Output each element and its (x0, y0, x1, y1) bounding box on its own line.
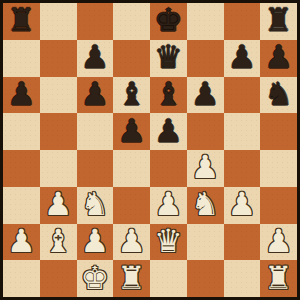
white-king-piece[interactable]: ♚ (81, 262, 110, 294)
white-pawn-piece[interactable]: ♟ (44, 188, 73, 220)
white-pawn-piece[interactable]: ♟ (191, 151, 220, 183)
square-b3[interactable]: ♟ (40, 187, 77, 224)
square-b8[interactable] (40, 3, 77, 40)
square-d8[interactable] (113, 3, 150, 40)
square-g5[interactable] (224, 113, 261, 150)
square-h4[interactable] (260, 150, 297, 187)
square-a1[interactable] (3, 260, 40, 297)
black-pawn-piece[interactable]: ♟ (154, 115, 183, 147)
square-g8[interactable] (224, 3, 261, 40)
square-c7[interactable]: ♟ (77, 40, 114, 77)
black-pawn-piece[interactable]: ♟ (81, 41, 110, 73)
square-g3[interactable]: ♟ (224, 187, 261, 224)
square-e2[interactable]: ♛ (150, 224, 187, 261)
chess-board-frame: ♜♚♜♟♛♟♟♟♟♝♝♟♞♟♟♟♟♞♟♞♟♟♝♟♟♛♟♚♜♜ (0, 0, 300, 300)
black-king-piece[interactable]: ♚ (154, 4, 183, 36)
white-pawn-piece[interactable]: ♟ (228, 188, 257, 220)
square-f2[interactable] (187, 224, 224, 261)
square-h1[interactable]: ♜ (260, 260, 297, 297)
square-b7[interactable] (40, 40, 77, 77)
square-f6[interactable]: ♟ (187, 77, 224, 114)
square-e1[interactable] (150, 260, 187, 297)
black-pawn-piece[interactable]: ♟ (7, 78, 36, 110)
square-f5[interactable] (187, 113, 224, 150)
black-rook-piece[interactable]: ♜ (7, 4, 36, 36)
square-a7[interactable] (3, 40, 40, 77)
white-bishop-piece[interactable]: ♝ (44, 225, 73, 257)
square-h6[interactable]: ♞ (260, 77, 297, 114)
square-b1[interactable] (40, 260, 77, 297)
square-c6[interactable]: ♟ (77, 77, 114, 114)
black-knight-piece[interactable]: ♞ (264, 78, 293, 110)
square-h8[interactable]: ♜ (260, 3, 297, 40)
black-pawn-piece[interactable]: ♟ (264, 41, 293, 73)
square-h3[interactable] (260, 187, 297, 224)
square-e6[interactable]: ♝ (150, 77, 187, 114)
square-g1[interactable] (224, 260, 261, 297)
white-rook-piece[interactable]: ♜ (117, 262, 146, 294)
square-f8[interactable] (187, 3, 224, 40)
square-e5[interactable]: ♟ (150, 113, 187, 150)
square-d1[interactable]: ♜ (113, 260, 150, 297)
square-c3[interactable]: ♞ (77, 187, 114, 224)
square-h7[interactable]: ♟ (260, 40, 297, 77)
square-a2[interactable]: ♟ (3, 224, 40, 261)
black-bishop-piece[interactable]: ♝ (154, 78, 183, 110)
black-pawn-piece[interactable]: ♟ (191, 78, 220, 110)
square-h2[interactable]: ♟ (260, 224, 297, 261)
square-b4[interactable] (40, 150, 77, 187)
white-pawn-piece[interactable]: ♟ (117, 225, 146, 257)
square-b2[interactable]: ♝ (40, 224, 77, 261)
square-d4[interactable] (113, 150, 150, 187)
square-c5[interactable] (77, 113, 114, 150)
square-a5[interactable] (3, 113, 40, 150)
chess-board: ♜♚♜♟♛♟♟♟♟♝♝♟♞♟♟♟♟♞♟♞♟♟♝♟♟♛♟♚♜♜ (3, 3, 297, 297)
square-d6[interactable]: ♝ (113, 77, 150, 114)
black-bishop-piece[interactable]: ♝ (117, 78, 146, 110)
square-f7[interactable] (187, 40, 224, 77)
white-pawn-piece[interactable]: ♟ (81, 225, 110, 257)
white-pawn-piece[interactable]: ♟ (264, 225, 293, 257)
black-rook-piece[interactable]: ♜ (264, 4, 293, 36)
square-d2[interactable]: ♟ (113, 224, 150, 261)
square-c2[interactable]: ♟ (77, 224, 114, 261)
square-c1[interactable]: ♚ (77, 260, 114, 297)
square-a4[interactable] (3, 150, 40, 187)
square-a8[interactable]: ♜ (3, 3, 40, 40)
square-d5[interactable]: ♟ (113, 113, 150, 150)
black-pawn-piece[interactable]: ♟ (81, 78, 110, 110)
white-rook-piece[interactable]: ♜ (264, 262, 293, 294)
square-a6[interactable]: ♟ (3, 77, 40, 114)
square-e3[interactable]: ♟ (150, 187, 187, 224)
square-b6[interactable] (40, 77, 77, 114)
square-b5[interactable] (40, 113, 77, 150)
square-f1[interactable] (187, 260, 224, 297)
black-pawn-piece[interactable]: ♟ (228, 41, 257, 73)
square-e4[interactable] (150, 150, 187, 187)
square-g6[interactable] (224, 77, 261, 114)
square-f4[interactable]: ♟ (187, 150, 224, 187)
white-pawn-piece[interactable]: ♟ (7, 225, 36, 257)
black-queen-piece[interactable]: ♛ (154, 41, 183, 73)
square-d3[interactable] (113, 187, 150, 224)
white-pawn-piece[interactable]: ♟ (154, 188, 183, 220)
square-e7[interactable]: ♛ (150, 40, 187, 77)
square-c4[interactable] (77, 150, 114, 187)
square-c8[interactable] (77, 3, 114, 40)
square-d7[interactable] (113, 40, 150, 77)
square-g7[interactable]: ♟ (224, 40, 261, 77)
white-knight-piece[interactable]: ♞ (81, 188, 110, 220)
square-g2[interactable] (224, 224, 261, 261)
square-e8[interactable]: ♚ (150, 3, 187, 40)
square-f3[interactable]: ♞ (187, 187, 224, 224)
square-h5[interactable] (260, 113, 297, 150)
square-g4[interactable] (224, 150, 261, 187)
black-pawn-piece[interactable]: ♟ (117, 115, 146, 147)
white-knight-piece[interactable]: ♞ (191, 188, 220, 220)
square-a3[interactable] (3, 187, 40, 224)
white-queen-piece[interactable]: ♛ (154, 225, 183, 257)
